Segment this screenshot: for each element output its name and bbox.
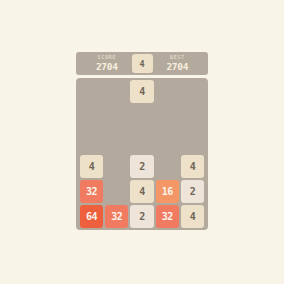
score-block: SCORE 2704: [82, 55, 132, 72]
empty-cell: [105, 155, 128, 178]
tile-32: 32: [80, 180, 103, 203]
empty-cell: [181, 80, 204, 103]
empty-cell: [80, 130, 103, 153]
tile-4: 4: [80, 155, 103, 178]
empty-cell: [130, 130, 153, 153]
tile-2: 2: [130, 155, 153, 178]
tile-2: 2: [181, 180, 204, 203]
best-block: BEST 2704: [153, 55, 203, 72]
empty-cell: [181, 105, 204, 128]
tile-32: 32: [105, 205, 128, 228]
score-label: SCORE: [97, 55, 116, 61]
empty-cell: [130, 105, 153, 128]
empty-cell: [105, 130, 128, 153]
empty-cell: [80, 105, 103, 128]
tile-64: 64: [80, 205, 103, 228]
empty-cell: [105, 80, 128, 103]
next-tile-value: 4: [139, 59, 144, 69]
best-value: 2704: [166, 62, 188, 72]
empty-cell: [105, 180, 128, 203]
tile-4: 4: [130, 80, 153, 103]
tile-32: 32: [156, 205, 179, 228]
next-tile: 4: [132, 54, 153, 73]
score-value: 2704: [96, 62, 118, 72]
tile-2: 2: [130, 205, 153, 228]
empty-cell: [156, 130, 179, 153]
empty-cell: [80, 80, 103, 103]
tile-4: 4: [130, 180, 153, 203]
empty-cell: [181, 130, 204, 153]
empty-cell: [156, 80, 179, 103]
best-label: BEST: [170, 55, 185, 61]
game-board[interactable]: 442432416264322324: [76, 78, 208, 230]
empty-cell: [105, 105, 128, 128]
empty-cell: [156, 105, 179, 128]
empty-cell: [156, 155, 179, 178]
score-panel: SCORE 2704 4 BEST 2704: [76, 52, 208, 75]
tile-4: 4: [181, 205, 204, 228]
tile-4: 4: [181, 155, 204, 178]
tile-16: 16: [156, 180, 179, 203]
app-background: SCORE 2704 4 BEST 2704 44243241626432232…: [0, 0, 284, 284]
